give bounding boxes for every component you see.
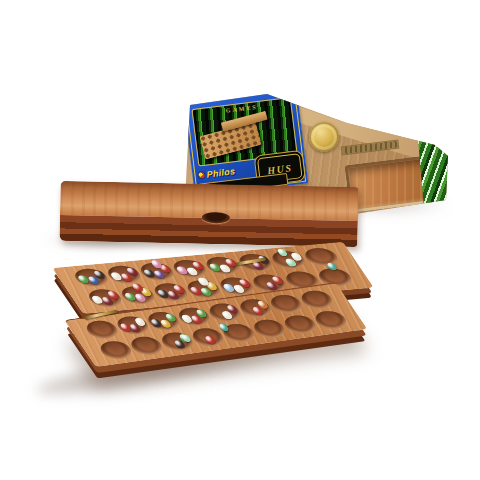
pit-r3c8[interactable] <box>297 289 337 310</box>
pit-r2c1[interactable] <box>84 288 126 308</box>
glass-bead <box>203 335 217 344</box>
pit-r3c1[interactable] <box>82 319 122 340</box>
pit-r4c6[interactable] <box>249 318 289 339</box>
pit-r1c4[interactable] <box>169 259 211 279</box>
brand-lockup: Philos <box>198 166 236 180</box>
pit-r1c3[interactable] <box>136 262 178 282</box>
gold-medallion-icon <box>309 122 339 152</box>
pit-r4c2[interactable] <box>126 335 166 356</box>
pit-r3c5[interactable] <box>205 302 245 323</box>
bamboo-case-lid <box>59 181 358 247</box>
pit-r2c2[interactable] <box>117 285 159 305</box>
pit-r3c2[interactable] <box>112 315 152 336</box>
pit-r1c2[interactable] <box>103 265 145 285</box>
lid-finger-notch <box>202 212 230 224</box>
pit-r1c8[interactable] <box>300 247 342 267</box>
pit-r4c3[interactable] <box>157 331 197 352</box>
philos-logo-icon <box>198 172 205 179</box>
bamboo-leaves-art <box>418 137 454 209</box>
pit-r3c4[interactable] <box>174 306 214 327</box>
brand-name: Philos <box>206 166 236 179</box>
pit-r1c7[interactable] <box>267 250 309 270</box>
glass-bead <box>149 260 163 269</box>
glass-bead <box>196 277 210 286</box>
pit-r1c1[interactable] <box>70 268 112 288</box>
pit-r1c5[interactable] <box>201 256 243 276</box>
product-photo-scene: GAMES Philos HUS <box>0 0 480 480</box>
pit-r4c1[interactable] <box>96 340 136 361</box>
pit-r3c7[interactable] <box>266 293 306 314</box>
pit-r2c4[interactable] <box>182 279 224 299</box>
embossed-stamp <box>341 139 400 155</box>
glass-bead <box>130 283 144 292</box>
label-series-text: GAMES <box>193 100 291 118</box>
pit-r3c6[interactable] <box>235 298 275 319</box>
pit-r3c3[interactable] <box>143 310 183 331</box>
pit-r2c3[interactable] <box>150 282 192 302</box>
pit-r4c8[interactable] <box>310 309 350 330</box>
pit-r4c7[interactable] <box>280 314 320 335</box>
box-front-label: GAMES Philos HUS <box>183 84 308 197</box>
